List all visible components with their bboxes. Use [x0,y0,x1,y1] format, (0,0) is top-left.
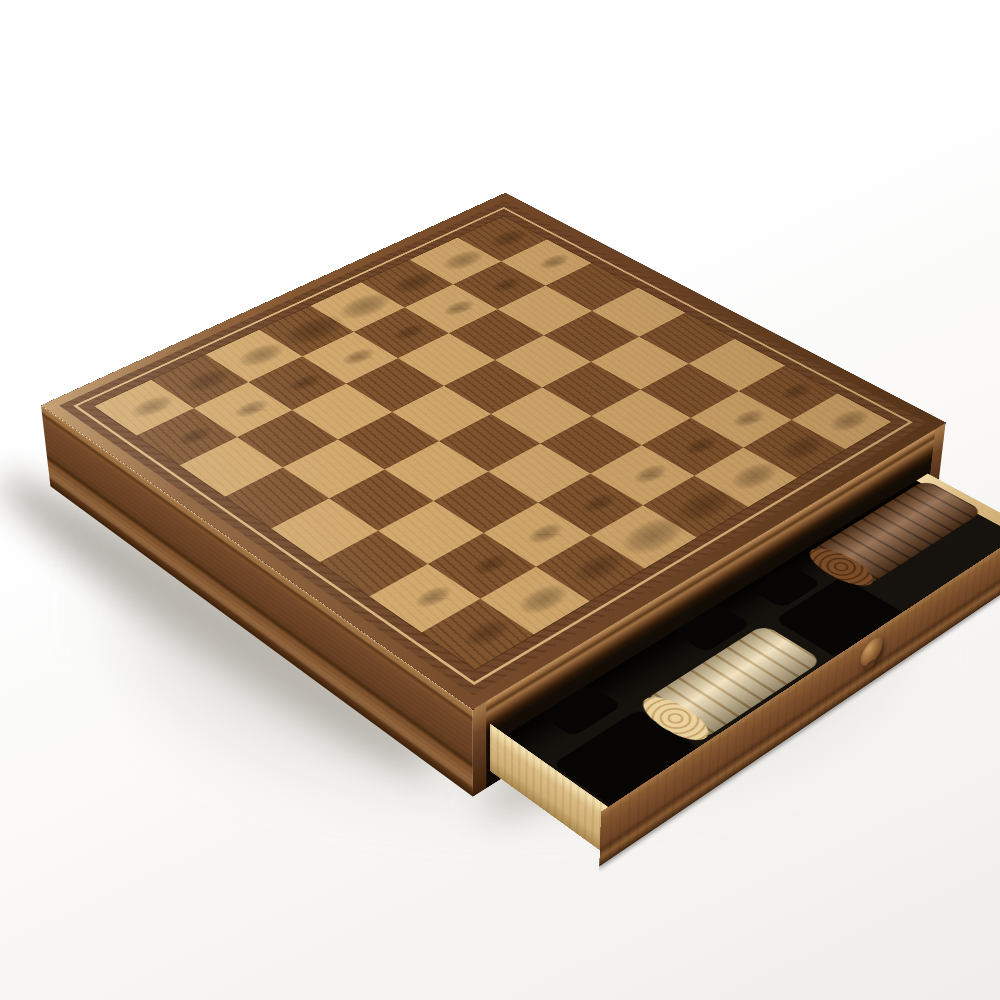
chess-piece-glyph: ♟ [213,352,272,415]
chess-piece-glyph: ♟ [268,326,326,388]
chess-piece-glyph: ♜ [436,551,519,639]
chess-piece-glyph: ♟ [157,378,217,441]
scene: ♜♞♝♚♛♝♞♜♟♟♟♟♟♟♟♟♟♟♟♟♟♟♟♟♜♞♝♚♛♝♞♜ [0,0,1000,1000]
chess-piece-glyph: ♟ [321,301,378,362]
box-front-end-left [473,701,487,797]
chess-box: ♜♞♝♚♛♝♞♜♟♟♟♟♟♟♟♟♟♟♟♟♟♟♟♟♜♞♝♚♛♝♞♜ [41,193,946,710]
chess-piece-glyph: ♟ [519,210,573,267]
chess-piece-glyph: ♟ [423,254,479,313]
product-photo-stage: ♜♞♝♚♛♝♞♜♟♟♟♟♟♟♟♟♟♟♟♟♟♟♟♟♜♞♝♚♛♝♞♜ [0,0,1000,1000]
chess-piece-glyph: ♟ [373,277,429,337]
drawer-knob[interactable] [860,633,884,671]
chess-piece-glyph: ♟ [472,232,527,290]
